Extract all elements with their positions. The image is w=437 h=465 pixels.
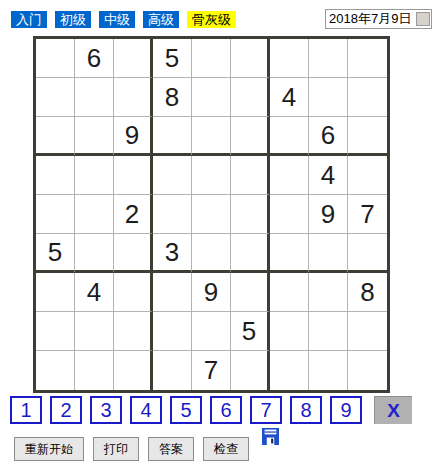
numpad-clear-key[interactable]: X	[374, 396, 412, 424]
print-button[interactable]: 打印	[93, 437, 139, 461]
sudoku-cell[interactable]: 7	[348, 195, 387, 234]
tab-advanced[interactable]: 高级	[143, 11, 179, 28]
sudoku-cell[interactable]	[231, 234, 270, 273]
sudoku-cell[interactable]	[192, 156, 231, 195]
check-button[interactable]: 检查	[203, 437, 249, 461]
sudoku-cell[interactable]	[75, 78, 114, 117]
sudoku-cell[interactable]	[114, 351, 153, 390]
numpad-key-5[interactable]: 5	[170, 396, 202, 424]
sudoku-cell[interactable]: 6	[75, 39, 114, 78]
sudoku-cell[interactable]	[231, 117, 270, 156]
tab-elementary[interactable]: 初级	[55, 11, 91, 28]
sudoku-cell[interactable]: 4	[270, 78, 309, 117]
sudoku-cell[interactable]	[348, 156, 387, 195]
sudoku-cell[interactable]	[153, 351, 192, 390]
sudoku-cell[interactable]	[114, 156, 153, 195]
sudoku-cell[interactable]	[231, 156, 270, 195]
sudoku-cell[interactable]	[348, 234, 387, 273]
sudoku-cell[interactable]	[192, 312, 231, 351]
sudoku-cell[interactable]	[270, 39, 309, 78]
sudoku-cell[interactable]	[114, 273, 153, 312]
numpad-key-1[interactable]: 1	[10, 396, 42, 424]
sudoku-cell[interactable]	[192, 234, 231, 273]
sudoku-cell[interactable]	[270, 312, 309, 351]
sudoku-cell[interactable]	[114, 78, 153, 117]
sudoku-cell[interactable]	[153, 117, 192, 156]
sudoku-cell[interactable]	[270, 234, 309, 273]
sudoku-cell[interactable]: 5	[36, 234, 75, 273]
sudoku-cell[interactable]	[309, 273, 348, 312]
sudoku-cell[interactable]: 8	[153, 78, 192, 117]
sudoku-cell[interactable]	[231, 273, 270, 312]
sudoku-cell[interactable]: 6	[309, 117, 348, 156]
sudoku-cell[interactable]	[36, 78, 75, 117]
sudoku-cell[interactable]	[348, 312, 387, 351]
sudoku-cell[interactable]	[153, 195, 192, 234]
restart-button[interactable]: 重新开始	[14, 437, 84, 461]
sudoku-cell[interactable]	[153, 156, 192, 195]
sudoku-cell[interactable]: 8	[348, 273, 387, 312]
sudoku-cell[interactable]	[231, 351, 270, 390]
sudoku-cell[interactable]	[192, 195, 231, 234]
sudoku-cell[interactable]	[75, 117, 114, 156]
sudoku-cell[interactable]	[192, 117, 231, 156]
answer-button[interactable]: 答案	[148, 437, 194, 461]
sudoku-cell[interactable]	[270, 195, 309, 234]
sudoku-cell[interactable]	[153, 273, 192, 312]
sudoku-cell[interactable]	[36, 39, 75, 78]
sudoku-cell[interactable]	[114, 312, 153, 351]
sudoku-cell[interactable]: 2	[114, 195, 153, 234]
floppy-disk-icon[interactable]	[262, 428, 279, 445]
sudoku-cell[interactable]	[348, 39, 387, 78]
tab-intermediate[interactable]: 中级	[99, 11, 135, 28]
date-dropdown-icon[interactable]	[416, 12, 430, 26]
tab-expert[interactable]: 骨灰级	[187, 11, 236, 28]
sudoku-cell[interactable]	[75, 156, 114, 195]
sudoku-cell[interactable]	[270, 351, 309, 390]
sudoku-cell[interactable]	[192, 39, 231, 78]
numpad-key-7[interactable]: 7	[250, 396, 282, 424]
sudoku-cell[interactable]	[36, 156, 75, 195]
sudoku-cell[interactable]	[153, 312, 192, 351]
sudoku-cell[interactable]: 4	[309, 156, 348, 195]
sudoku-cell[interactable]	[231, 78, 270, 117]
sudoku-cell[interactable]	[309, 351, 348, 390]
numpad-key-2[interactable]: 2	[50, 396, 82, 424]
numpad-key-9[interactable]: 9	[330, 396, 362, 424]
action-bar: 重新开始打印答案检查	[14, 437, 279, 461]
sudoku-cell[interactable]	[270, 273, 309, 312]
sudoku-cell[interactable]: 3	[153, 234, 192, 273]
sudoku-board: 65849642975349857	[33, 36, 390, 393]
numpad-key-4[interactable]: 4	[130, 396, 162, 424]
sudoku-cell[interactable]: 4	[75, 273, 114, 312]
sudoku-cell[interactable]	[36, 117, 75, 156]
sudoku-cell[interactable]	[75, 234, 114, 273]
sudoku-cell[interactable]	[309, 312, 348, 351]
sudoku-cell[interactable]	[75, 195, 114, 234]
tab-beginner[interactable]: 入门	[11, 11, 47, 28]
sudoku-cell[interactable]: 9	[309, 195, 348, 234]
date-picker[interactable]: 2018年7月9日	[325, 9, 432, 29]
sudoku-cell[interactable]	[348, 117, 387, 156]
number-pad: 123456789X	[10, 396, 412, 424]
sudoku-cell[interactable]: 5	[153, 39, 192, 78]
sudoku-cell[interactable]	[231, 39, 270, 78]
sudoku-cell[interactable]	[114, 39, 153, 78]
sudoku-cell[interactable]	[348, 78, 387, 117]
sudoku-cell[interactable]	[75, 312, 114, 351]
numpad-key-6[interactable]: 6	[210, 396, 242, 424]
sudoku-cell[interactable]	[114, 234, 153, 273]
date-value: 2018年7月9日	[326, 10, 416, 28]
sudoku-cell[interactable]	[75, 351, 114, 390]
sudoku-cell[interactable]	[270, 117, 309, 156]
sudoku-cell[interactable]	[309, 39, 348, 78]
sudoku-cell[interactable]	[270, 156, 309, 195]
sudoku-cell[interactable]: 9	[192, 273, 231, 312]
sudoku-cell[interactable]	[309, 234, 348, 273]
sudoku-cell[interactable]	[36, 351, 75, 390]
sudoku-cell[interactable]: 9	[114, 117, 153, 156]
sudoku-cell[interactable]	[192, 78, 231, 117]
numpad-key-3[interactable]: 3	[90, 396, 122, 424]
sudoku-cell[interactable]	[36, 195, 75, 234]
sudoku-cell[interactable]	[348, 351, 387, 390]
sudoku-cell[interactable]	[309, 78, 348, 117]
difficulty-tabs: 入门初级中级高级骨灰级	[11, 11, 236, 28]
numpad-key-8[interactable]: 8	[290, 396, 322, 424]
sudoku-cell[interactable]	[36, 312, 75, 351]
sudoku-cell[interactable]: 5	[231, 312, 270, 351]
sudoku-cell[interactable]	[36, 273, 75, 312]
sudoku-cell[interactable]: 7	[192, 351, 231, 390]
sudoku-cell[interactable]	[231, 195, 270, 234]
